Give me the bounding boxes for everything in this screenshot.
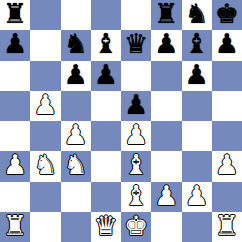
square-h1[interactable]: ♜ bbox=[212, 212, 242, 242]
square-c8[interactable] bbox=[61, 0, 91, 30]
white-pawn: ♟ bbox=[3, 151, 27, 180]
square-d2[interactable] bbox=[91, 182, 121, 212]
square-c4[interactable]: ♟ bbox=[61, 121, 91, 151]
black-king: ♚ bbox=[215, 0, 239, 29]
square-h8[interactable]: ♚ bbox=[212, 0, 242, 30]
black-bishop: ♝ bbox=[185, 30, 209, 59]
white-rook: ♜ bbox=[3, 212, 27, 241]
square-d5[interactable] bbox=[91, 91, 121, 121]
white-pawn: ♟ bbox=[64, 121, 88, 150]
square-h3[interactable]: ♟ bbox=[212, 151, 242, 181]
square-a4[interactable] bbox=[0, 121, 30, 151]
square-a1[interactable]: ♜ bbox=[0, 212, 30, 242]
square-e1[interactable]: ♚ bbox=[121, 212, 151, 242]
square-g5[interactable] bbox=[182, 91, 212, 121]
square-b8[interactable] bbox=[30, 0, 60, 30]
square-g2[interactable]: ♟ bbox=[182, 182, 212, 212]
square-d6[interactable]: ♟ bbox=[91, 61, 121, 91]
square-d3[interactable] bbox=[91, 151, 121, 181]
square-c2[interactable] bbox=[61, 182, 91, 212]
chess-board: ♜♜♞♚♟♞♝♛♟♝♟♟♟♟♟♟♟♟♟♞♞♝♟♝♟♟♜♛♚♜ bbox=[0, 0, 242, 242]
square-a5[interactable] bbox=[0, 91, 30, 121]
white-knight: ♞ bbox=[64, 151, 88, 180]
square-f7[interactable]: ♟ bbox=[151, 30, 181, 60]
square-a7[interactable]: ♟ bbox=[0, 30, 30, 60]
black-pawn: ♟ bbox=[94, 61, 118, 90]
square-h6[interactable] bbox=[212, 61, 242, 91]
square-b4[interactable] bbox=[30, 121, 60, 151]
square-e2[interactable]: ♝ bbox=[121, 182, 151, 212]
square-h4[interactable] bbox=[212, 121, 242, 151]
white-pawn: ♟ bbox=[124, 121, 148, 150]
square-f2[interactable]: ♟ bbox=[151, 182, 181, 212]
square-e8[interactable] bbox=[121, 0, 151, 30]
square-g4[interactable] bbox=[182, 121, 212, 151]
square-c6[interactable]: ♟ bbox=[61, 61, 91, 91]
square-c5[interactable] bbox=[61, 91, 91, 121]
square-g6[interactable]: ♟ bbox=[182, 61, 212, 91]
white-king: ♚ bbox=[124, 212, 148, 241]
square-g8[interactable]: ♞ bbox=[182, 0, 212, 30]
square-e7[interactable]: ♛ bbox=[121, 30, 151, 60]
square-h2[interactable] bbox=[212, 182, 242, 212]
square-c1[interactable] bbox=[61, 212, 91, 242]
square-f6[interactable] bbox=[151, 61, 181, 91]
white-pawn: ♟ bbox=[33, 91, 57, 120]
square-f3[interactable] bbox=[151, 151, 181, 181]
square-a2[interactable] bbox=[0, 182, 30, 212]
square-b5[interactable]: ♟ bbox=[30, 91, 60, 121]
square-g7[interactable]: ♝ bbox=[182, 30, 212, 60]
square-b6[interactable] bbox=[30, 61, 60, 91]
white-pawn: ♟ bbox=[154, 182, 178, 211]
square-g3[interactable] bbox=[182, 151, 212, 181]
black-pawn: ♟ bbox=[154, 30, 178, 59]
square-e3[interactable]: ♝ bbox=[121, 151, 151, 181]
square-b1[interactable] bbox=[30, 212, 60, 242]
square-f4[interactable] bbox=[151, 121, 181, 151]
white-bishop: ♝ bbox=[124, 151, 148, 180]
square-d8[interactable] bbox=[91, 0, 121, 30]
square-d4[interactable] bbox=[91, 121, 121, 151]
square-d7[interactable]: ♝ bbox=[91, 30, 121, 60]
square-f5[interactable] bbox=[151, 91, 181, 121]
white-queen: ♛ bbox=[94, 212, 118, 241]
square-e6[interactable] bbox=[121, 61, 151, 91]
black-knight: ♞ bbox=[185, 0, 209, 29]
square-c7[interactable]: ♞ bbox=[61, 30, 91, 60]
square-e4[interactable]: ♟ bbox=[121, 121, 151, 151]
white-pawn: ♟ bbox=[185, 182, 209, 211]
square-b3[interactable]: ♞ bbox=[30, 151, 60, 181]
black-pawn: ♟ bbox=[3, 30, 27, 59]
square-e5[interactable]: ♟ bbox=[121, 91, 151, 121]
square-f1[interactable] bbox=[151, 212, 181, 242]
black-pawn: ♟ bbox=[124, 91, 148, 120]
white-bishop: ♝ bbox=[124, 182, 148, 211]
black-knight: ♞ bbox=[64, 30, 88, 59]
black-queen: ♛ bbox=[124, 30, 148, 59]
black-rook: ♜ bbox=[3, 0, 27, 29]
black-rook: ♜ bbox=[154, 0, 178, 29]
black-pawn: ♟ bbox=[185, 61, 209, 90]
white-pawn: ♟ bbox=[215, 151, 239, 180]
white-knight: ♞ bbox=[33, 151, 57, 180]
black-bishop: ♝ bbox=[94, 30, 118, 59]
square-g1[interactable] bbox=[182, 212, 212, 242]
square-f8[interactable]: ♜ bbox=[151, 0, 181, 30]
square-a6[interactable] bbox=[0, 61, 30, 91]
black-pawn: ♟ bbox=[215, 30, 239, 59]
square-d1[interactable]: ♛ bbox=[91, 212, 121, 242]
square-c3[interactable]: ♞ bbox=[61, 151, 91, 181]
square-a3[interactable]: ♟ bbox=[0, 151, 30, 181]
black-pawn: ♟ bbox=[64, 61, 88, 90]
square-h5[interactable] bbox=[212, 91, 242, 121]
square-b7[interactable] bbox=[30, 30, 60, 60]
square-b2[interactable] bbox=[30, 182, 60, 212]
white-rook: ♜ bbox=[215, 212, 239, 241]
square-h7[interactable]: ♟ bbox=[212, 30, 242, 60]
square-a8[interactable]: ♜ bbox=[0, 0, 30, 30]
